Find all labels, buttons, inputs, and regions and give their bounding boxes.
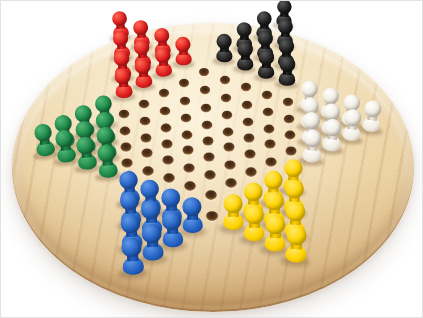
peg-head-ball	[175, 36, 190, 51]
board-hole[interactable]	[183, 146, 194, 155]
peg-head-ball	[33, 123, 52, 142]
board-hole[interactable]	[182, 130, 193, 139]
peg-white[interactable]	[300, 128, 324, 162]
board-hole[interactable]	[120, 127, 131, 136]
board-hole[interactable]	[161, 124, 172, 133]
peg-head-ball	[119, 191, 139, 211]
peg-head-ball	[301, 80, 319, 98]
board-hole[interactable]	[180, 97, 190, 105]
peg-red[interactable]	[112, 68, 134, 99]
board-hole[interactable]	[265, 140, 276, 149]
peg-head-ball	[55, 129, 74, 148]
peg-head-ball	[134, 39, 150, 55]
peg-head-ball	[277, 0, 292, 14]
peg-head-ball	[97, 143, 116, 162]
board-hole[interactable]	[121, 143, 132, 152]
peg-head-ball	[237, 22, 252, 37]
board-hole[interactable]	[142, 166, 153, 175]
peg-red[interactable]	[173, 36, 193, 65]
board-hole[interactable]	[139, 100, 149, 109]
peg-head-ball	[265, 191, 285, 211]
board-hole[interactable]	[221, 94, 231, 102]
game-board	[12, 23, 414, 312]
peg-head-ball	[264, 170, 283, 189]
peg-red[interactable]	[132, 58, 153, 89]
peg-head-ball	[96, 127, 115, 146]
peg-head-ball	[120, 213, 141, 234]
board-hole[interactable]	[223, 127, 234, 136]
board-hole[interactable]	[265, 157, 276, 166]
peg-red[interactable]	[153, 47, 173, 77]
peg-head-ball	[141, 223, 162, 244]
board-hole[interactable]	[285, 131, 296, 140]
peg-head-ball	[112, 11, 128, 27]
board-hole[interactable]	[220, 76, 230, 84]
peg-head-ball	[121, 237, 142, 258]
peg-head-ball	[257, 11, 272, 26]
board-hole[interactable]	[203, 137, 214, 146]
board-hole[interactable]	[183, 163, 194, 172]
peg-head-ball	[285, 201, 305, 221]
board-hole[interactable]	[206, 211, 218, 221]
board-hole[interactable]	[199, 68, 209, 76]
peg-head-ball	[155, 47, 171, 63]
peg-head-ball	[285, 179, 305, 199]
peg-head-ball	[257, 30, 273, 46]
peg-head-ball	[76, 136, 95, 155]
peg-head-ball	[303, 129, 322, 148]
peg-blue[interactable]	[118, 236, 145, 275]
board-hole[interactable]	[243, 118, 254, 127]
peg-black[interactable]	[256, 49, 277, 79]
board-hole[interactable]	[286, 147, 297, 156]
peg-head-ball	[244, 204, 264, 224]
board-hole[interactable]	[284, 115, 295, 124]
scene	[0, 0, 423, 318]
peg-head-ball	[114, 68, 131, 85]
peg-head-ball	[182, 198, 201, 217]
board-hole[interactable]	[224, 143, 235, 152]
peg-head-ball	[134, 58, 151, 75]
peg-head-ball	[278, 19, 294, 35]
peg-head-ball	[161, 188, 180, 207]
peg-head-ball	[265, 214, 286, 235]
board-hole[interactable]	[224, 160, 235, 169]
peg-head-ball	[94, 95, 112, 113]
peg-head-ball	[119, 170, 139, 190]
peg-head-ball	[216, 33, 231, 48]
peg-head-ball	[284, 158, 303, 177]
board-hole[interactable]	[205, 190, 217, 200]
peg-head-ball	[141, 200, 161, 220]
peg-head-ball	[133, 19, 149, 35]
peg-head-ball	[244, 182, 263, 201]
peg-black[interactable]	[214, 33, 233, 62]
peg-head-ball	[286, 225, 307, 246]
board-hole[interactable]	[179, 79, 189, 87]
peg-head-ball	[162, 210, 182, 230]
peg-black[interactable]	[276, 56, 297, 87]
peg-head-ball	[112, 31, 128, 47]
peg-head-ball	[140, 179, 159, 198]
board-hole[interactable]	[162, 140, 173, 149]
peg-head-ball	[154, 28, 170, 44]
peg-head-ball	[223, 195, 242, 214]
peg-yellow[interactable]	[282, 225, 309, 264]
board-hole[interactable]	[262, 91, 272, 99]
peg-black[interactable]	[235, 41, 255, 70]
board-hole[interactable]	[202, 121, 213, 130]
peg-head-ball	[237, 41, 253, 57]
peg-head-ball	[258, 49, 274, 65]
board-hole[interactable]	[264, 124, 275, 133]
board-hole[interactable]	[244, 134, 255, 143]
peg-head-ball	[113, 50, 130, 67]
peg-head-ball	[278, 38, 294, 54]
board-hole[interactable]	[141, 133, 152, 142]
